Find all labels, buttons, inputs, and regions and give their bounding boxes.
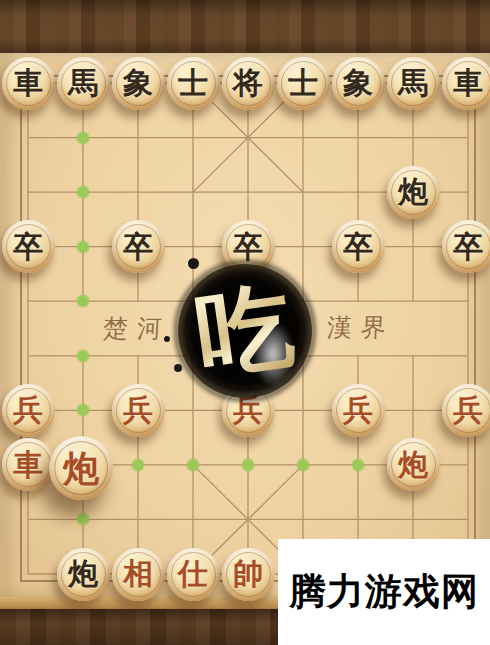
piece-glyph: 卒 [123,232,153,262]
piece-black-advisor[interactable]: 士 [277,57,330,110]
piece-black-cannon[interactable]: 炮 [57,548,110,601]
site-watermark-text: 腾力游戏网 [289,567,479,617]
piece-glyph: 車 [453,68,483,98]
piece-black-soldier[interactable]: 卒 [222,220,275,273]
move-hint-dot[interactable] [186,458,200,472]
piece-glyph: 将 [233,68,263,98]
site-watermark: 腾力游戏网 [278,539,490,645]
piece-black-advisor[interactable]: 士 [167,57,220,110]
move-hint-dot[interactable] [76,131,90,145]
piece-red-cannon[interactable]: 炮 [387,438,440,491]
move-hint-dot[interactable] [76,349,90,363]
piece-glyph: 士 [288,68,318,98]
piece-black-chariot[interactable]: 車 [442,57,490,110]
piece-red-soldier[interactable]: 兵 [112,384,165,437]
piece-glyph: 兵 [453,395,483,425]
piece-glyph: 象 [123,68,153,98]
piece-black-soldier[interactable]: 卒 [112,220,165,273]
piece-red-advisor[interactable]: 仕 [167,548,220,601]
piece-red-soldier[interactable]: 兵 [2,384,55,437]
game-screen: 楚河 漢界 車馬象士将士象馬車炮卒卒卒卒卒兵兵兵兵兵車炮炮炮相仕帥 吃 腾力游戏… [0,0,490,645]
piece-glyph: 炮 [63,450,99,486]
piece-glyph: 馬 [398,68,428,98]
piece-glyph: 卒 [13,232,43,262]
piece-black-soldier[interactable]: 卒 [332,220,385,273]
piece-red-chariot[interactable]: 車 [2,438,55,491]
piece-glyph: 兵 [123,395,153,425]
move-hint-dot[interactable] [76,240,90,254]
piece-red-cannon[interactable]: 炮 [49,437,113,501]
river-label-chu-he: 楚河 [102,316,171,341]
piece-red-general[interactable]: 帥 [222,548,275,601]
piece-glyph: 馬 [68,68,98,98]
piece-glyph: 炮 [398,177,428,207]
piece-glyph: 卒 [233,232,263,262]
piece-glyph: 士 [178,68,208,98]
move-hint-dot[interactable] [131,458,145,472]
piece-black-horse[interactable]: 馬 [387,57,440,110]
piece-glyph: 仕 [178,559,208,589]
piece-glyph: 兵 [343,395,373,425]
piece-glyph: 卒 [343,232,373,262]
piece-glyph: 兵 [233,395,263,425]
piece-red-soldier[interactable]: 兵 [222,384,275,437]
piece-red-soldier[interactable]: 兵 [332,384,385,437]
move-hint-dot[interactable] [296,458,310,472]
piece-black-cannon[interactable]: 炮 [387,166,440,219]
piece-glyph: 象 [343,68,373,98]
move-hint-dot[interactable] [351,458,365,472]
piece-red-elephant[interactable]: 相 [112,548,165,601]
move-hint-dot[interactable] [241,458,255,472]
piece-black-chariot[interactable]: 車 [2,57,55,110]
piece-glyph: 兵 [13,395,43,425]
piece-glyph: 相 [123,559,153,589]
piece-glyph: 炮 [398,450,428,480]
move-hint-dot[interactable] [76,185,90,199]
piece-black-soldier[interactable]: 卒 [2,220,55,273]
piece-glyph: 炮 [68,559,98,589]
river-label-han-jie: 漢界 [326,315,395,340]
piece-black-soldier[interactable]: 卒 [442,220,490,273]
piece-black-elephant[interactable]: 象 [112,57,165,110]
piece-black-horse[interactable]: 馬 [57,57,110,110]
piece-black-general[interactable]: 将 [222,57,275,110]
piece-red-soldier[interactable]: 兵 [442,384,490,437]
piece-glyph: 車 [13,68,43,98]
piece-black-elephant[interactable]: 象 [332,57,385,110]
piece-glyph: 帥 [233,559,263,589]
piece-glyph: 車 [13,450,43,480]
piece-glyph: 卒 [453,232,483,262]
